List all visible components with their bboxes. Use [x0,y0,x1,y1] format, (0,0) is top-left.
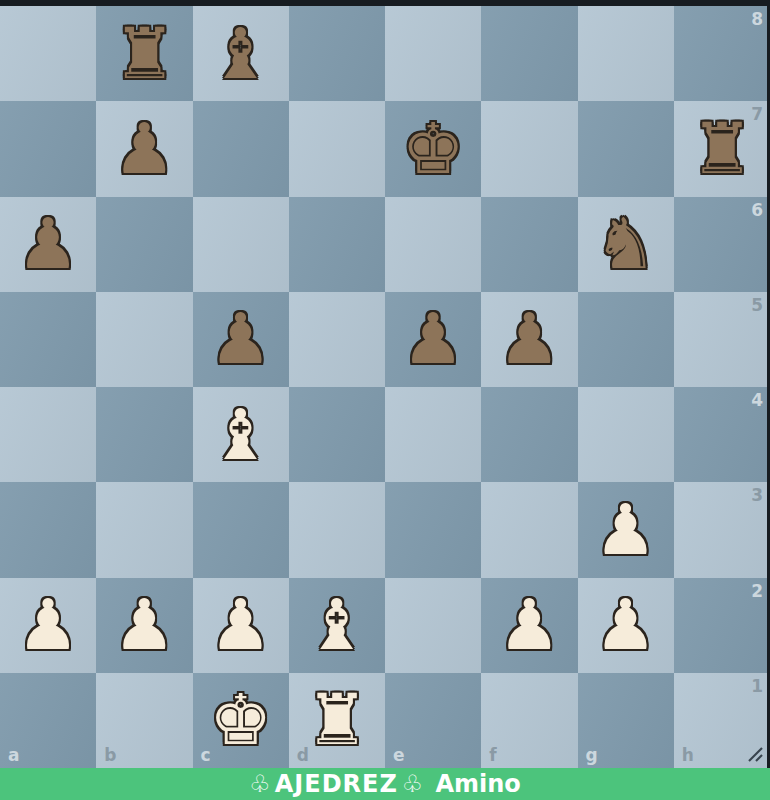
piece-white-pawn[interactable]: ♟ [481,578,577,673]
square-f7[interactable] [481,101,577,196]
piece-black-bishop[interactable]: ♝ [193,6,289,101]
square-b6[interactable] [96,197,192,292]
club-icon: ♧ [249,772,271,796]
piece-white-king[interactable]: ♚ [193,673,289,768]
square-e2[interactable] [385,578,481,673]
square-e7[interactable]: ♚ [385,101,481,196]
square-c3[interactable] [193,482,289,577]
piece-white-bishop[interactable]: ♝ [289,578,385,673]
piece-black-pawn[interactable]: ♟ [96,101,192,196]
square-c2[interactable]: ♟ [193,578,289,673]
piece-white-pawn[interactable]: ♟ [193,578,289,673]
piece-black-rook[interactable]: ♜ [674,101,770,196]
square-e3[interactable] [385,482,481,577]
square-f5[interactable]: ♟ [481,292,577,387]
file-label-f: f [489,745,496,765]
piece-black-pawn[interactable]: ♟ [385,292,481,387]
piece-white-bishop[interactable]: ♝ [193,387,289,482]
square-d4[interactable] [289,387,385,482]
square-a5[interactable] [0,292,96,387]
square-e6[interactable] [385,197,481,292]
rank-label-3: 3 [751,485,763,505]
piece-white-pawn[interactable]: ♟ [96,578,192,673]
square-h1[interactable]: 1h [674,673,770,768]
square-h3[interactable]: 3 [674,482,770,577]
square-a3[interactable] [0,482,96,577]
square-h7[interactable]: 7♜ [674,101,770,196]
square-a6[interactable]: ♟ [0,197,96,292]
square-h5[interactable]: 5 [674,292,770,387]
brand-amino: Amino [435,772,520,796]
square-g3[interactable]: ♟ [578,482,674,577]
square-d6[interactable] [289,197,385,292]
rank-label-2: 2 [751,581,763,601]
rank-label-6: 6 [751,200,763,220]
square-f8[interactable] [481,6,577,101]
rank-label-8: 8 [751,9,763,29]
square-b3[interactable] [96,482,192,577]
square-e5[interactable]: ♟ [385,292,481,387]
square-a4[interactable] [0,387,96,482]
square-f1[interactable]: f [481,673,577,768]
square-g8[interactable] [578,6,674,101]
club-icon: ♧ [402,772,424,796]
square-d7[interactable] [289,101,385,196]
square-d5[interactable] [289,292,385,387]
square-d3[interactable] [289,482,385,577]
brand-ajedrez: AJEDREZ [275,772,398,796]
square-b2[interactable]: ♟ [96,578,192,673]
rank-label-5: 5 [751,295,763,315]
square-h4[interactable]: 4 [674,387,770,482]
square-g1[interactable]: g [578,673,674,768]
app-window: ♜♝8♟♚7♜♟♞6♟♟♟5♝4♟3♟♟♟♝♟♟2abc♚d♜efg1h ♧ A… [0,0,770,800]
square-g7[interactable] [578,101,674,196]
rank-label-1: 1 [751,676,763,696]
square-a7[interactable] [0,101,96,196]
square-c5[interactable]: ♟ [193,292,289,387]
square-f2[interactable]: ♟ [481,578,577,673]
square-c1[interactable]: c♚ [193,673,289,768]
square-c4[interactable]: ♝ [193,387,289,482]
rank-label-4: 4 [751,390,763,410]
square-c8[interactable]: ♝ [193,6,289,101]
square-h8[interactable]: 8 [674,6,770,101]
square-e8[interactable] [385,6,481,101]
square-a1[interactable]: a [0,673,96,768]
file-label-a: a [8,745,19,765]
square-b1[interactable]: b [96,673,192,768]
file-label-e: e [393,745,405,765]
square-f4[interactable] [481,387,577,482]
square-c7[interactable] [193,101,289,196]
square-d2[interactable]: ♝ [289,578,385,673]
square-a8[interactable] [0,6,96,101]
chess-board: ♜♝8♟♚7♜♟♞6♟♟♟5♝4♟3♟♟♟♝♟♟2abc♚d♜efg1h [0,6,770,768]
square-f3[interactable] [481,482,577,577]
square-b8[interactable]: ♜ [96,6,192,101]
square-e1[interactable]: e [385,673,481,768]
square-f6[interactable] [481,197,577,292]
square-b5[interactable] [96,292,192,387]
square-b4[interactable] [96,387,192,482]
piece-white-pawn[interactable]: ♟ [0,578,96,673]
piece-white-pawn[interactable]: ♟ [578,578,674,673]
resize-handle-icon[interactable] [746,745,764,763]
square-d8[interactable] [289,6,385,101]
piece-white-rook[interactable]: ♜ [289,673,385,768]
piece-black-pawn[interactable]: ♟ [481,292,577,387]
square-a2[interactable]: ♟ [0,578,96,673]
square-c6[interactable] [193,197,289,292]
piece-white-pawn[interactable]: ♟ [578,482,674,577]
square-h6[interactable]: 6 [674,197,770,292]
square-h2[interactable]: 2 [674,578,770,673]
square-g2[interactable]: ♟ [578,578,674,673]
square-g4[interactable] [578,387,674,482]
footer-banner: ♧ AJEDREZ ♧ Amino [0,768,770,800]
piece-black-rook[interactable]: ♜ [96,6,192,101]
square-e4[interactable] [385,387,481,482]
square-g5[interactable] [578,292,674,387]
file-label-h: h [682,745,694,765]
file-label-b: b [104,745,116,765]
file-label-g: g [586,745,598,765]
window-top-border [0,0,770,6]
piece-black-pawn[interactable]: ♟ [193,292,289,387]
square-b7[interactable]: ♟ [96,101,192,196]
piece-black-knight[interactable]: ♞ [578,197,674,292]
piece-black-pawn[interactable]: ♟ [0,197,96,292]
square-g6[interactable]: ♞ [578,197,674,292]
square-d1[interactable]: d♜ [289,673,385,768]
piece-black-king[interactable]: ♚ [385,101,481,196]
